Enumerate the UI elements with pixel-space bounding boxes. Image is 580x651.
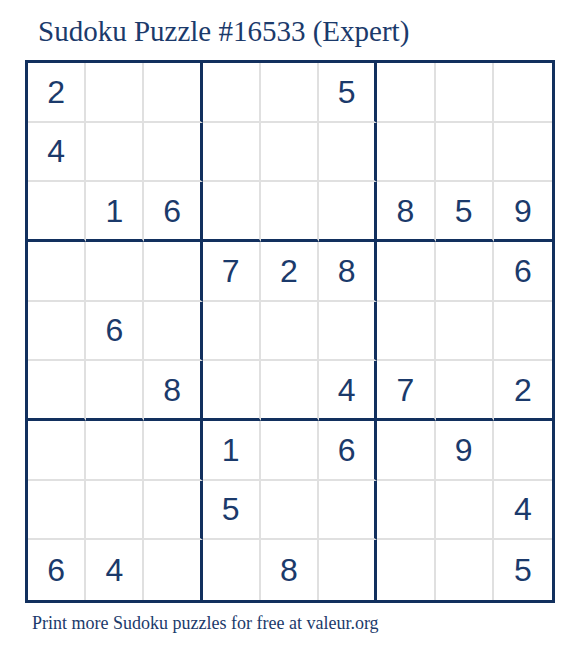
cell-r7c7[interactable] bbox=[377, 421, 435, 481]
cell-r3c6[interactable] bbox=[319, 182, 377, 242]
cell-r2c3[interactable] bbox=[144, 123, 202, 183]
cell-r9c6[interactable] bbox=[319, 540, 377, 600]
cell-r4c1[interactable] bbox=[28, 242, 86, 302]
cell-r5c4[interactable] bbox=[203, 302, 261, 362]
cell-r7c9[interactable] bbox=[494, 421, 552, 481]
cell-r5c8[interactable] bbox=[436, 302, 494, 362]
cell-r9c7[interactable] bbox=[377, 540, 435, 600]
cell-r8c4: 5 bbox=[203, 481, 261, 541]
cell-r1c3[interactable] bbox=[144, 63, 202, 123]
cell-r8c3[interactable] bbox=[144, 481, 202, 541]
cell-r6c7: 7 bbox=[377, 361, 435, 421]
cell-r2c7[interactable] bbox=[377, 123, 435, 183]
cell-r3c3: 6 bbox=[144, 182, 202, 242]
cell-r4c3[interactable] bbox=[144, 242, 202, 302]
cell-r5c7[interactable] bbox=[377, 302, 435, 362]
cell-r3c9: 9 bbox=[494, 182, 552, 242]
cell-r2c9[interactable] bbox=[494, 123, 552, 183]
cell-r5c6[interactable] bbox=[319, 302, 377, 362]
cell-r6c6: 4 bbox=[319, 361, 377, 421]
cell-r4c8[interactable] bbox=[436, 242, 494, 302]
cell-r7c1[interactable] bbox=[28, 421, 86, 481]
cell-r1c9[interactable] bbox=[494, 63, 552, 123]
cell-r5c1[interactable] bbox=[28, 302, 86, 362]
cell-r5c3[interactable] bbox=[144, 302, 202, 362]
cell-r4c9: 6 bbox=[494, 242, 552, 302]
cell-r8c8[interactable] bbox=[436, 481, 494, 541]
cell-r3c4[interactable] bbox=[203, 182, 261, 242]
cell-r9c9: 5 bbox=[494, 540, 552, 600]
cell-r2c2[interactable] bbox=[86, 123, 144, 183]
cell-r1c2[interactable] bbox=[86, 63, 144, 123]
cell-r1c5[interactable] bbox=[261, 63, 319, 123]
sudoku-board: 25416859728668472169546485 bbox=[25, 60, 555, 603]
cell-r4c4: 7 bbox=[203, 242, 261, 302]
cell-r7c4: 1 bbox=[203, 421, 261, 481]
cell-r2c6[interactable] bbox=[319, 123, 377, 183]
cell-r4c6: 8 bbox=[319, 242, 377, 302]
cell-r7c3[interactable] bbox=[144, 421, 202, 481]
cell-r4c5: 2 bbox=[261, 242, 319, 302]
cell-r6c9: 2 bbox=[494, 361, 552, 421]
cell-r6c8[interactable] bbox=[436, 361, 494, 421]
cell-r3c5[interactable] bbox=[261, 182, 319, 242]
page-title: Sudoku Puzzle #16533 (Expert) bbox=[38, 15, 409, 48]
cell-r6c3: 8 bbox=[144, 361, 202, 421]
cell-r3c1[interactable] bbox=[28, 182, 86, 242]
cell-r6c2[interactable] bbox=[86, 361, 144, 421]
cell-r7c5[interactable] bbox=[261, 421, 319, 481]
cell-r2c4[interactable] bbox=[203, 123, 261, 183]
cell-r9c8[interactable] bbox=[436, 540, 494, 600]
cell-r6c5[interactable] bbox=[261, 361, 319, 421]
footer-text: Print more Sudoku puzzles for free at va… bbox=[32, 613, 379, 634]
cell-r2c8[interactable] bbox=[436, 123, 494, 183]
cell-r5c9[interactable] bbox=[494, 302, 552, 362]
cell-r8c1[interactable] bbox=[28, 481, 86, 541]
cell-r5c2: 6 bbox=[86, 302, 144, 362]
cell-r7c6: 6 bbox=[319, 421, 377, 481]
cell-r2c5[interactable] bbox=[261, 123, 319, 183]
cell-r4c7[interactable] bbox=[377, 242, 435, 302]
cell-r5c5[interactable] bbox=[261, 302, 319, 362]
cell-r9c4[interactable] bbox=[203, 540, 261, 600]
cell-r3c2: 1 bbox=[86, 182, 144, 242]
cell-r8c9: 4 bbox=[494, 481, 552, 541]
cell-r1c6: 5 bbox=[319, 63, 377, 123]
cell-r2c1: 4 bbox=[28, 123, 86, 183]
cell-r8c6[interactable] bbox=[319, 481, 377, 541]
cell-r8c2[interactable] bbox=[86, 481, 144, 541]
cell-r6c1[interactable] bbox=[28, 361, 86, 421]
cell-r8c7[interactable] bbox=[377, 481, 435, 541]
cell-r1c4[interactable] bbox=[203, 63, 261, 123]
cell-r4c2[interactable] bbox=[86, 242, 144, 302]
cell-r1c7[interactable] bbox=[377, 63, 435, 123]
cell-r6c4[interactable] bbox=[203, 361, 261, 421]
cell-r3c8: 5 bbox=[436, 182, 494, 242]
cell-r9c5: 8 bbox=[261, 540, 319, 600]
sudoku-page: Sudoku Puzzle #16533 (Expert) 2541685972… bbox=[0, 0, 580, 651]
cell-r9c3[interactable] bbox=[144, 540, 202, 600]
cell-r9c1: 6 bbox=[28, 540, 86, 600]
cell-r9c2: 4 bbox=[86, 540, 144, 600]
cell-r8c5[interactable] bbox=[261, 481, 319, 541]
cell-r1c8[interactable] bbox=[436, 63, 494, 123]
cell-r7c8: 9 bbox=[436, 421, 494, 481]
cell-r7c2[interactable] bbox=[86, 421, 144, 481]
cell-r3c7: 8 bbox=[377, 182, 435, 242]
cell-r1c1: 2 bbox=[28, 63, 86, 123]
